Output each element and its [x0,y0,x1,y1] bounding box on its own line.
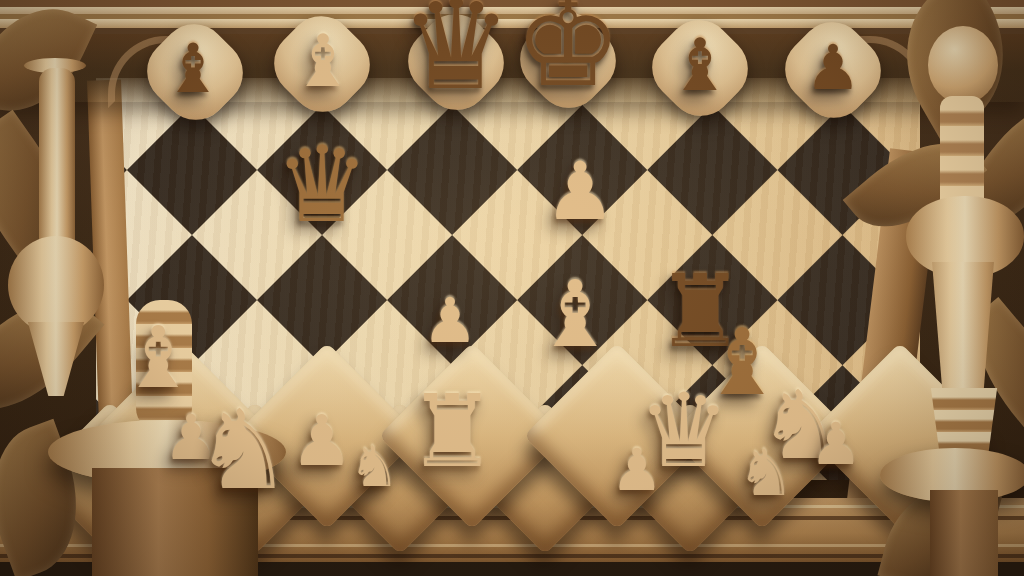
left-pillar-bulge [8,236,104,334]
piece-light-rook-d3[interactable]: ♜ [407,382,497,482]
piece-dark-queen-c7[interactable]: ♛ [275,133,369,238]
right-pillar-finial-ball [928,26,998,104]
scene-frame: ♝♝♛♚♝♟♛♟♟♝♜♝♝♞♟♟♞♜♟♛♞♞♟ [0,0,1024,576]
left-pillar-stem [39,68,75,254]
piece-dark-bishop-f8[interactable]: ♝ [668,29,733,101]
piece-light-bishop-e5[interactable]: ♝ [534,269,616,361]
piece-light-pawn-d5[interactable]: ♟ [422,290,478,352]
piece-light-pawn-h3[interactable]: ♟ [810,415,862,473]
piece-dark-bishop-a8[interactable]: ♝ [163,35,224,103]
piece-light-pawn-f2[interactable]: ♟ [611,441,663,499]
piece-light-pawn-c3[interactable]: ♟ [291,406,354,476]
piece-dark-king-e8[interactable]: ♚ [514,0,622,104]
piece-dark-pawn-h8[interactable]: ♟ [805,37,861,99]
right-pillar-pedestal [930,490,998,576]
piece-light-bishop-c8[interactable]: ♝ [291,25,356,97]
piece-light-bishop-a4[interactable]: ♝ [120,315,196,400]
piece-dark-queen-d8[interactable]: ♛ [400,0,512,107]
piece-light-knight-g2[interactable]: ♞ [737,441,794,505]
piece-light-knight-b3[interactable]: ♞ [194,395,293,505]
piece-light-pawn-e7[interactable]: ♟ [544,152,616,232]
piece-light-knight-c2[interactable]: ♞ [349,439,399,495]
